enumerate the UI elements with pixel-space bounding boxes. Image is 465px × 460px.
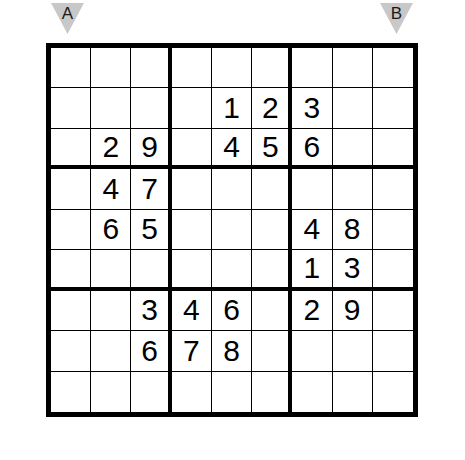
cell-r8c1[interactable] bbox=[51, 331, 91, 371]
cell-r2c6: 2 bbox=[252, 88, 292, 128]
cell-r2c1[interactable] bbox=[51, 88, 91, 128]
cell-r5c2: 6 bbox=[91, 210, 131, 250]
column-marker-a: A bbox=[51, 3, 84, 34]
cell-r2c2[interactable] bbox=[91, 88, 131, 128]
cell-r9c1[interactable] bbox=[51, 372, 91, 412]
cell-r5c8: 8 bbox=[333, 210, 373, 250]
column-marker-b: B bbox=[380, 3, 413, 34]
cell-r2c9[interactable] bbox=[373, 88, 413, 128]
cell-r2c5: 1 bbox=[212, 88, 252, 128]
cell-r7c9[interactable] bbox=[373, 291, 413, 331]
cell-r1c3[interactable] bbox=[131, 48, 171, 88]
cell-r6c9[interactable] bbox=[373, 250, 413, 290]
cell-r5c4[interactable] bbox=[172, 210, 212, 250]
cell-r7c3: 3 bbox=[131, 291, 171, 331]
cell-r7c4: 4 bbox=[172, 291, 212, 331]
cell-r1c9[interactable] bbox=[373, 48, 413, 88]
cell-r6c3[interactable] bbox=[131, 250, 171, 290]
cell-r4c3: 7 bbox=[131, 169, 171, 209]
sudoku-board: 123294564765481334629678 bbox=[46, 43, 418, 417]
cell-r3c4[interactable] bbox=[172, 129, 212, 169]
cell-r6c2[interactable] bbox=[91, 250, 131, 290]
cell-r3c6: 5 bbox=[252, 129, 292, 169]
cell-r8c4: 7 bbox=[172, 331, 212, 371]
column-marker-b-label: B bbox=[391, 4, 402, 23]
cell-r8c9[interactable] bbox=[373, 331, 413, 371]
cell-r8c8[interactable] bbox=[333, 331, 373, 371]
cell-r3c3: 9 bbox=[131, 129, 171, 169]
cell-r8c3: 6 bbox=[131, 331, 171, 371]
cell-r3c9[interactable] bbox=[373, 129, 413, 169]
cell-r1c1[interactable] bbox=[51, 48, 91, 88]
cell-r5c9[interactable] bbox=[373, 210, 413, 250]
cell-r7c7: 2 bbox=[292, 291, 332, 331]
cell-r1c5[interactable] bbox=[212, 48, 252, 88]
cell-r1c6[interactable] bbox=[252, 48, 292, 88]
cell-r4c7[interactable] bbox=[292, 169, 332, 209]
cell-r3c5: 4 bbox=[212, 129, 252, 169]
cell-r4c4[interactable] bbox=[172, 169, 212, 209]
cell-r5c3: 5 bbox=[131, 210, 171, 250]
cell-r6c1[interactable] bbox=[51, 250, 91, 290]
cell-r7c1[interactable] bbox=[51, 291, 91, 331]
cell-r6c7: 1 bbox=[292, 250, 332, 290]
cell-r3c8[interactable] bbox=[333, 129, 373, 169]
cell-r6c5[interactable] bbox=[212, 250, 252, 290]
cell-r1c2[interactable] bbox=[91, 48, 131, 88]
cell-r8c6[interactable] bbox=[252, 331, 292, 371]
cell-r1c4[interactable] bbox=[172, 48, 212, 88]
cell-r6c8: 3 bbox=[333, 250, 373, 290]
cell-r4c5[interactable] bbox=[212, 169, 252, 209]
cell-r4c1[interactable] bbox=[51, 169, 91, 209]
sudoku-diagram: A B 123294564765481334629678 bbox=[0, 0, 465, 460]
cell-r7c8: 9 bbox=[333, 291, 373, 331]
column-marker-a-label: A bbox=[62, 4, 73, 23]
cell-r1c7[interactable] bbox=[292, 48, 332, 88]
cell-r2c3[interactable] bbox=[131, 88, 171, 128]
cell-r7c6[interactable] bbox=[252, 291, 292, 331]
cell-r8c7[interactable] bbox=[292, 331, 332, 371]
cell-r9c6[interactable] bbox=[252, 372, 292, 412]
cell-r9c4[interactable] bbox=[172, 372, 212, 412]
cell-r2c8[interactable] bbox=[333, 88, 373, 128]
cell-r8c5: 8 bbox=[212, 331, 252, 371]
cell-r9c3[interactable] bbox=[131, 372, 171, 412]
cell-r7c2[interactable] bbox=[91, 291, 131, 331]
cell-r9c8[interactable] bbox=[333, 372, 373, 412]
cell-r3c1[interactable] bbox=[51, 129, 91, 169]
cell-r9c2[interactable] bbox=[91, 372, 131, 412]
cell-r2c4[interactable] bbox=[172, 88, 212, 128]
cell-r5c1[interactable] bbox=[51, 210, 91, 250]
cell-r9c9[interactable] bbox=[373, 372, 413, 412]
cell-r3c7: 6 bbox=[292, 129, 332, 169]
cell-r1c8[interactable] bbox=[333, 48, 373, 88]
cell-r4c9[interactable] bbox=[373, 169, 413, 209]
cell-r6c4[interactable] bbox=[172, 250, 212, 290]
cell-r4c8[interactable] bbox=[333, 169, 373, 209]
cell-r9c5[interactable] bbox=[212, 372, 252, 412]
cell-r4c6[interactable] bbox=[252, 169, 292, 209]
cell-r7c5: 6 bbox=[212, 291, 252, 331]
cell-r4c2: 4 bbox=[91, 169, 131, 209]
cell-r6c6[interactable] bbox=[252, 250, 292, 290]
cell-r5c7: 4 bbox=[292, 210, 332, 250]
cell-r5c6[interactable] bbox=[252, 210, 292, 250]
cell-r9c7[interactable] bbox=[292, 372, 332, 412]
cell-r3c2: 2 bbox=[91, 129, 131, 169]
cell-r8c2[interactable] bbox=[91, 331, 131, 371]
cell-r5c5[interactable] bbox=[212, 210, 252, 250]
cell-r2c7: 3 bbox=[292, 88, 332, 128]
